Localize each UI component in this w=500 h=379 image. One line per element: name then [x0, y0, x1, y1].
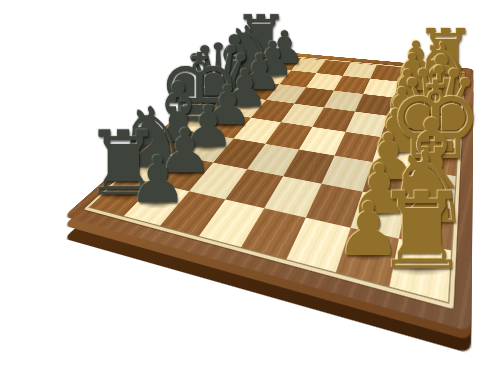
piece-white-rook[interactable]: ♜	[374, 178, 469, 284]
piece-black-pawn[interactable]: ♟	[128, 148, 186, 213]
chess-set-photo: ♜♞♝♛♚♝♞♜♟♟♟♟♟♟♟♟♟♟♟♟♟♟♟♟♜♞♝♛♚♝♞♜	[0, 0, 500, 379]
